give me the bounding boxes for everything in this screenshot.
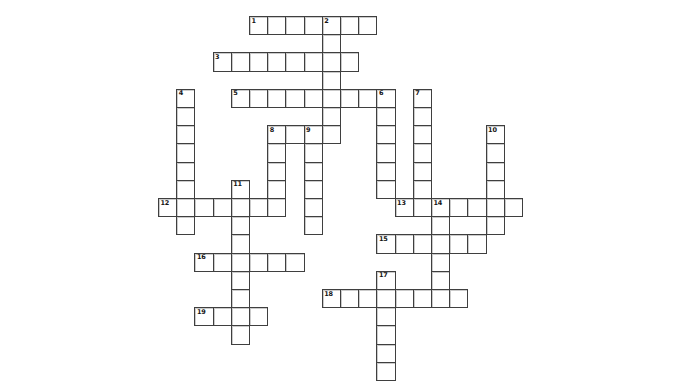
clue-number: 17 (379, 272, 388, 279)
crossword-cell[interactable] (267, 143, 286, 162)
crossword-cell[interactable] (231, 271, 250, 290)
crossword-cell[interactable] (267, 52, 286, 71)
crossword-cell[interactable] (322, 107, 341, 126)
crossword-cell[interactable] (176, 125, 195, 144)
crossword-cell[interactable] (376, 162, 395, 181)
crossword-cell[interactable] (304, 89, 323, 108)
crossword-cell[interactable] (486, 216, 505, 235)
crossword-cell[interactable] (285, 253, 304, 272)
crossword-cell[interactable] (395, 234, 414, 253)
crossword-cell[interactable] (504, 198, 523, 217)
crossword-cell[interactable] (358, 289, 377, 308)
crossword-cell[interactable] (304, 16, 323, 35)
crossword-cell[interactable] (376, 143, 395, 162)
crossword-cell[interactable] (449, 289, 468, 308)
crossword-cell[interactable] (467, 198, 486, 217)
crossword-cell[interactable] (213, 198, 232, 217)
crossword-cell[interactable] (395, 289, 414, 308)
crossword-cell[interactable] (304, 198, 323, 217)
crossword-cell[interactable] (231, 289, 250, 308)
crossword-cell[interactable]: 16 (194, 253, 213, 272)
clue-number: 11 (233, 181, 242, 188)
crossword-cell[interactable] (431, 216, 450, 235)
crossword-cell[interactable] (431, 271, 450, 290)
crossword-cell[interactable] (413, 289, 432, 308)
crossword-cell[interactable] (304, 216, 323, 235)
crossword-cell[interactable] (304, 143, 323, 162)
crossword-cell[interactable] (249, 52, 268, 71)
crossword-cell[interactable]: 1 (249, 16, 268, 35)
crossword-cell[interactable] (267, 162, 286, 181)
crossword-cell[interactable] (176, 162, 195, 181)
clue-number: 2 (324, 18, 328, 25)
crossword-cell[interactable]: 15 (376, 234, 395, 253)
crossword-cell[interactable] (376, 362, 395, 381)
crossword-cell[interactable] (358, 89, 377, 108)
clue-number: 4 (179, 90, 183, 97)
clue-number: 15 (379, 236, 388, 243)
crossword-cell[interactable] (486, 180, 505, 199)
crossword-cell[interactable] (285, 16, 304, 35)
crossword-cell[interactable] (322, 89, 341, 108)
crossword-cell[interactable] (322, 52, 341, 71)
crossword-cell[interactable] (213, 307, 232, 326)
crossword-cell[interactable] (376, 107, 395, 126)
crossword-cell[interactable] (285, 125, 304, 144)
crossword-cell[interactable] (231, 307, 250, 326)
crossword-cell[interactable] (213, 253, 232, 272)
clue-number: 14 (434, 200, 443, 207)
crossword-cell[interactable] (449, 234, 468, 253)
crossword-cell[interactable] (231, 234, 250, 253)
crossword-cell[interactable] (249, 307, 268, 326)
crossword-cell[interactable] (413, 125, 432, 144)
crossword-cell[interactable] (413, 234, 432, 253)
clue-number: 19 (197, 309, 206, 316)
crossword-cell[interactable] (376, 125, 395, 144)
crossword-cell[interactable]: 18 (322, 289, 341, 308)
clue-number: 16 (197, 254, 206, 261)
crossword-cell[interactable] (249, 89, 268, 108)
crossword-cell[interactable] (340, 289, 359, 308)
clue-number: 10 (488, 127, 497, 134)
crossword-cell[interactable] (249, 253, 268, 272)
clue-number: 9 (306, 127, 310, 134)
crossword-cell[interactable] (267, 89, 286, 108)
crossword-cell[interactable] (413, 143, 432, 162)
crossword-cell[interactable] (431, 289, 450, 308)
crossword-cell[interactable]: 2 (322, 16, 341, 35)
crossword-cell[interactable] (231, 216, 250, 235)
clue-number: 7 (415, 90, 419, 97)
crossword-cell[interactable] (486, 162, 505, 181)
crossword-cell[interactable] (340, 89, 359, 108)
crossword-cell[interactable] (176, 107, 195, 126)
crossword-cell[interactable] (376, 307, 395, 326)
crossword-cell[interactable] (413, 180, 432, 199)
crossword-cell[interactable] (267, 16, 286, 35)
crossword-cell[interactable]: 10 (486, 125, 505, 144)
crossword-cell[interactable] (413, 162, 432, 181)
crossword-cell[interactable] (376, 344, 395, 363)
crossword-cell[interactable] (267, 253, 286, 272)
crossword-cell[interactable]: 8 (267, 125, 286, 144)
crossword-cell[interactable] (413, 107, 432, 126)
crossword-cell[interactable] (267, 198, 286, 217)
crossword-cell[interactable] (413, 198, 432, 217)
crossword-cell[interactable] (267, 180, 286, 199)
clue-number: 3 (215, 54, 219, 61)
clue-number: 18 (324, 291, 333, 298)
crossword-cell[interactable]: 4 (176, 89, 195, 108)
crossword-cell[interactable] (358, 16, 377, 35)
clue-number: 5 (233, 90, 237, 97)
crossword-cell[interactable] (285, 89, 304, 108)
crossword-cell[interactable] (340, 16, 359, 35)
page-canvas: { "game": "crossword", "board": { "rows"… (0, 0, 678, 381)
crossword-cell[interactable] (431, 253, 450, 272)
crossword-cell[interactable] (376, 180, 395, 199)
clue-number: 6 (379, 90, 383, 97)
crossword-cell[interactable]: 5 (231, 89, 250, 108)
crossword-cell[interactable]: 14 (431, 198, 450, 217)
crossword-cell[interactable] (194, 198, 213, 217)
crossword-cell[interactable] (376, 325, 395, 344)
crossword-cell[interactable]: 9 (304, 125, 323, 144)
clue-number: 8 (270, 127, 274, 134)
crossword-cell[interactable]: 3 (213, 52, 232, 71)
crossword-cell[interactable] (176, 216, 195, 235)
crossword-cell[interactable] (231, 253, 250, 272)
crossword-cell[interactable]: 12 (158, 198, 177, 217)
clue-number: 1 (252, 18, 256, 25)
crossword-cell[interactable] (467, 234, 486, 253)
crossword-cell[interactable] (231, 198, 250, 217)
crossword-cell[interactable]: 6 (376, 89, 395, 108)
crossword-cell[interactable] (322, 34, 341, 53)
crossword-cell[interactable] (304, 180, 323, 199)
crossword-cell[interactable] (486, 143, 505, 162)
crossword-cell[interactable] (322, 125, 341, 144)
crossword-cell[interactable]: 19 (194, 307, 213, 326)
crossword-cell[interactable] (431, 234, 450, 253)
crossword-cell[interactable] (304, 52, 323, 71)
crossword-cell[interactable] (322, 71, 341, 90)
clue-number: 13 (397, 200, 406, 207)
crossword-cell[interactable] (176, 143, 195, 162)
crossword-cell[interactable]: 11 (231, 180, 250, 199)
crossword-cell[interactable] (376, 289, 395, 308)
crossword-cell[interactable] (176, 180, 195, 199)
crossword-cell[interactable] (340, 52, 359, 71)
crossword-cell[interactable] (449, 198, 468, 217)
crossword-cell[interactable] (249, 198, 268, 217)
crossword-cell[interactable]: 7 (413, 89, 432, 108)
crossword-cell[interactable] (304, 162, 323, 181)
crossword-cell[interactable] (285, 52, 304, 71)
clue-number: 12 (161, 200, 170, 207)
crossword-cell[interactable] (176, 198, 195, 217)
crossword-cell[interactable] (486, 198, 505, 217)
crossword-cell[interactable] (231, 325, 250, 344)
crossword-board: 12345678910111213141516171819 (158, 16, 523, 381)
crossword-cell[interactable]: 13 (395, 198, 414, 217)
crossword-cell[interactable] (231, 52, 250, 71)
crossword-cell[interactable]: 17 (376, 271, 395, 290)
